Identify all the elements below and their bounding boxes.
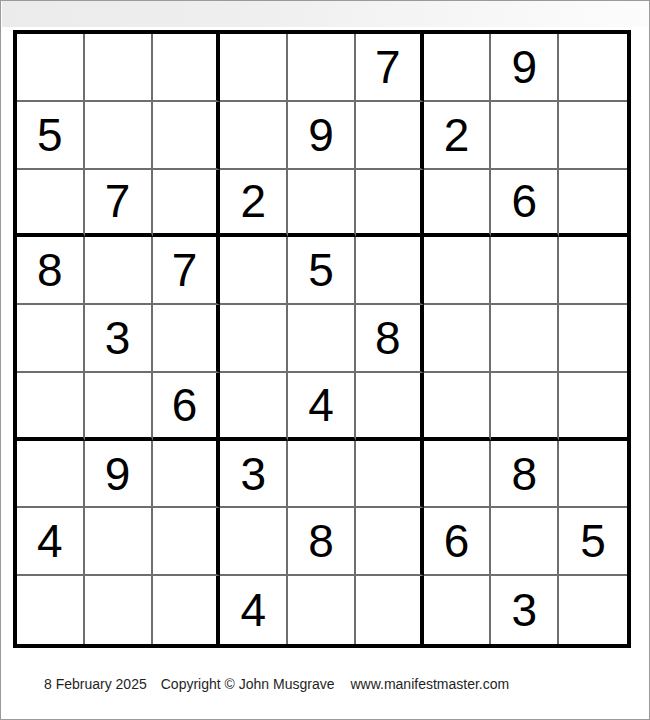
cell-r6c1[interactable]	[17, 373, 85, 441]
footer: 8 February 2025Copyright © John Musgrave…	[44, 676, 509, 693]
cell-r3c7[interactable]	[424, 170, 492, 238]
given-digit: 7	[172, 247, 198, 293]
cell-r5c1[interactable]	[17, 305, 85, 373]
cell-r8c8[interactable]	[491, 508, 559, 576]
cell-r4c7[interactable]	[424, 237, 492, 305]
cell-r3c8[interactable]: 6	[491, 170, 559, 238]
cell-r6c8[interactable]	[491, 373, 559, 441]
cell-r9c9[interactable]	[559, 576, 627, 644]
cell-r8c1[interactable]: 4	[17, 508, 85, 576]
given-digit: 3	[105, 315, 131, 361]
given-digit: 8	[375, 315, 401, 361]
cell-r5c8[interactable]	[491, 305, 559, 373]
cell-r4c9[interactable]	[559, 237, 627, 305]
page: 795927268753864938486543 8 February 2025…	[0, 0, 650, 720]
given-digit: 9	[308, 112, 334, 158]
cell-r2c4[interactable]	[220, 102, 288, 170]
cell-r5c7[interactable]	[424, 305, 492, 373]
website-url: www.manifestmaster.com	[350, 676, 509, 692]
cell-r5c5[interactable]	[288, 305, 356, 373]
cell-r1c9[interactable]	[559, 34, 627, 102]
copyright-text: Copyright © John Musgrave	[161, 676, 335, 692]
cell-r6c2[interactable]	[85, 373, 153, 441]
cell-r2c7[interactable]: 2	[424, 102, 492, 170]
cell-r7c3[interactable]	[153, 441, 221, 509]
top-gradient-band	[2, 1, 648, 27]
given-digit: 4	[308, 382, 334, 428]
cell-r3c1[interactable]	[17, 170, 85, 238]
given-digit: 3	[512, 587, 538, 633]
cell-r6c7[interactable]	[424, 373, 492, 441]
cell-r2c3[interactable]	[153, 102, 221, 170]
cell-r2c1[interactable]: 5	[17, 102, 85, 170]
cell-r1c3[interactable]	[153, 34, 221, 102]
cell-r9c4[interactable]: 4	[220, 576, 288, 644]
cell-r5c4[interactable]	[220, 305, 288, 373]
cell-r6c4[interactable]	[220, 373, 288, 441]
cell-r8c2[interactable]	[85, 508, 153, 576]
cell-r4c8[interactable]	[491, 237, 559, 305]
cell-r3c4[interactable]: 2	[220, 170, 288, 238]
cell-r9c3[interactable]	[153, 576, 221, 644]
cell-r2c8[interactable]	[491, 102, 559, 170]
cell-r1c6[interactable]: 7	[356, 34, 424, 102]
cell-r4c1[interactable]: 8	[17, 237, 85, 305]
given-digit: 7	[105, 178, 131, 224]
cell-r8c9[interactable]: 5	[559, 508, 627, 576]
cell-r8c3[interactable]	[153, 508, 221, 576]
given-digit: 9	[105, 451, 131, 497]
sudoku-grid: 795927268753864938486543	[13, 30, 631, 648]
cell-r2c6[interactable]	[356, 102, 424, 170]
given-digit: 8	[308, 518, 334, 564]
given-digit: 4	[240, 587, 266, 633]
given-digit: 8	[512, 451, 538, 497]
given-digit: 3	[240, 451, 266, 497]
cell-r1c7[interactable]	[424, 34, 492, 102]
cell-r7c7[interactable]	[424, 441, 492, 509]
cell-r7c9[interactable]	[559, 441, 627, 509]
given-digit: 5	[580, 518, 606, 564]
cell-r9c8[interactable]: 3	[491, 576, 559, 644]
cell-r7c8[interactable]: 8	[491, 441, 559, 509]
given-digit: 6	[172, 382, 198, 428]
cell-r1c2[interactable]	[85, 34, 153, 102]
cell-r9c2[interactable]	[85, 576, 153, 644]
cell-r7c1[interactable]	[17, 441, 85, 509]
cell-r1c4[interactable]	[220, 34, 288, 102]
cell-r7c4[interactable]: 3	[220, 441, 288, 509]
cell-r4c5[interactable]: 5	[288, 237, 356, 305]
cell-r6c3[interactable]: 6	[153, 373, 221, 441]
cell-r4c6[interactable]	[356, 237, 424, 305]
puzzle-date: 8 February 2025	[44, 676, 147, 692]
cell-r5c2[interactable]: 3	[85, 305, 153, 373]
cell-r9c1[interactable]	[17, 576, 85, 644]
cell-r3c9[interactable]	[559, 170, 627, 238]
cell-r3c6[interactable]	[356, 170, 424, 238]
cell-r8c6[interactable]	[356, 508, 424, 576]
cell-r8c4[interactable]	[220, 508, 288, 576]
cell-r1c1[interactable]	[17, 34, 85, 102]
cell-r6c6[interactable]	[356, 373, 424, 441]
given-digit: 9	[512, 44, 538, 90]
given-digit: 2	[240, 178, 266, 224]
cell-r3c2[interactable]: 7	[85, 170, 153, 238]
cell-r6c9[interactable]	[559, 373, 627, 441]
cell-r4c2[interactable]	[85, 237, 153, 305]
cell-r6c5[interactable]: 4	[288, 373, 356, 441]
cell-r9c5[interactable]	[288, 576, 356, 644]
cell-r1c5[interactable]	[288, 34, 356, 102]
cell-r2c2[interactable]	[85, 102, 153, 170]
given-digit: 5	[37, 112, 63, 158]
cell-r3c5[interactable]	[288, 170, 356, 238]
cell-r8c5[interactable]: 8	[288, 508, 356, 576]
cell-r8c7[interactable]: 6	[424, 508, 492, 576]
cell-r4c3[interactable]: 7	[153, 237, 221, 305]
cell-r4c4[interactable]	[220, 237, 288, 305]
cell-r2c9[interactable]	[559, 102, 627, 170]
cell-r3c3[interactable]	[153, 170, 221, 238]
cell-r5c9[interactable]	[559, 305, 627, 373]
given-digit: 8	[37, 247, 63, 293]
given-digit: 5	[308, 247, 334, 293]
given-digit: 7	[375, 44, 401, 90]
cell-r5c3[interactable]	[153, 305, 221, 373]
given-digit: 6	[444, 518, 470, 564]
given-digit: 6	[512, 178, 538, 224]
cell-r9c7[interactable]	[424, 576, 492, 644]
cell-r9c6[interactable]	[356, 576, 424, 644]
given-digit: 4	[37, 518, 63, 564]
cell-r7c5[interactable]	[288, 441, 356, 509]
cell-r1c8[interactable]: 9	[491, 34, 559, 102]
cell-r7c6[interactable]	[356, 441, 424, 509]
cell-r2c5[interactable]: 9	[288, 102, 356, 170]
given-digit: 2	[444, 112, 470, 158]
cell-r7c2[interactable]: 9	[85, 441, 153, 509]
cell-r5c6[interactable]: 8	[356, 305, 424, 373]
